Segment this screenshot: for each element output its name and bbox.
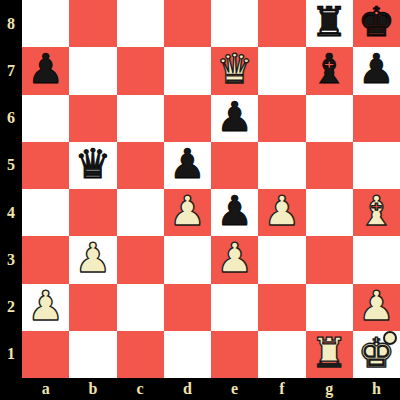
rank-label-6: 6 <box>0 95 22 142</box>
square-h2[interactable]: ♟ <box>353 284 400 331</box>
square-e3[interactable]: ♟ <box>211 236 258 283</box>
file-label-f: f <box>258 378 305 400</box>
square-h5[interactable] <box>353 142 400 189</box>
square-f8[interactable] <box>258 0 305 47</box>
square-c4[interactable] <box>117 189 164 236</box>
square-h3[interactable] <box>353 236 400 283</box>
black-pawn[interactable]: ♟ <box>216 97 253 138</box>
white-pawn[interactable]: ♟ <box>263 191 300 232</box>
square-c1[interactable] <box>117 331 164 378</box>
white-rook[interactable]: ♜ <box>311 333 348 374</box>
square-f2[interactable] <box>258 284 305 331</box>
square-g8[interactable]: ♜ <box>306 0 353 47</box>
rank-label-4: 4 <box>0 189 22 236</box>
square-f4[interactable]: ♟ <box>258 189 305 236</box>
square-e2[interactable] <box>211 284 258 331</box>
square-b3[interactable]: ♟ <box>69 236 116 283</box>
black-bishop[interactable]: ♝ <box>311 49 348 90</box>
square-h4[interactable]: ♝ <box>353 189 400 236</box>
square-f3[interactable] <box>258 236 305 283</box>
white-pawn[interactable]: ♟ <box>358 286 395 327</box>
square-d7[interactable] <box>164 47 211 94</box>
file-label-b: b <box>69 378 116 400</box>
white-pawn[interactable]: ♟ <box>74 238 111 279</box>
square-c5[interactable] <box>117 142 164 189</box>
square-b4[interactable] <box>69 189 116 236</box>
square-h8[interactable]: ♚ <box>353 0 400 47</box>
square-a1[interactable] <box>22 331 69 378</box>
rank-label-2: 2 <box>0 284 22 331</box>
square-c2[interactable] <box>117 284 164 331</box>
square-d4[interactable]: ♟ <box>164 189 211 236</box>
file-label-a: a <box>22 378 69 400</box>
square-b7[interactable] <box>69 47 116 94</box>
square-b5[interactable]: ♛ <box>69 142 116 189</box>
square-f1[interactable] <box>258 331 305 378</box>
black-queen[interactable]: ♛ <box>74 144 111 185</box>
square-e4[interactable]: ♟ <box>211 189 258 236</box>
black-king[interactable]: ♚ <box>358 2 395 43</box>
rank-label-7: 7 <box>0 47 22 94</box>
white-bishop[interactable]: ♝ <box>358 191 395 232</box>
square-b2[interactable] <box>69 284 116 331</box>
square-b8[interactable] <box>69 0 116 47</box>
chessboard: ♜♚♟♛♝♟♟♛♟♟♟♟♝♟♟♟♟♜♚ <box>22 0 400 378</box>
white-pawn[interactable]: ♟ <box>27 286 64 327</box>
rank-labels: 87654321 <box>0 0 22 378</box>
rank-label-8: 8 <box>0 0 22 47</box>
black-pawn[interactable]: ♟ <box>27 49 64 90</box>
square-a7[interactable]: ♟ <box>22 47 69 94</box>
square-b6[interactable] <box>69 95 116 142</box>
square-a4[interactable] <box>22 189 69 236</box>
square-a2[interactable]: ♟ <box>22 284 69 331</box>
file-labels: abcdefgh <box>22 378 400 400</box>
square-d1[interactable] <box>164 331 211 378</box>
square-c7[interactable] <box>117 47 164 94</box>
square-c6[interactable] <box>117 95 164 142</box>
square-d8[interactable] <box>164 0 211 47</box>
square-g5[interactable] <box>306 142 353 189</box>
square-h7[interactable]: ♟ <box>353 47 400 94</box>
file-label-h: h <box>353 378 400 400</box>
black-rook[interactable]: ♜ <box>311 2 348 43</box>
square-a8[interactable] <box>22 0 69 47</box>
black-pawn[interactable]: ♟ <box>169 144 206 185</box>
square-d2[interactable] <box>164 284 211 331</box>
rank-label-3: 3 <box>0 236 22 283</box>
square-f6[interactable] <box>258 95 305 142</box>
chess-diagram: ♜♚♟♛♝♟♟♛♟♟♟♟♝♟♟♟♟♜♚ 87654321 abcdefgh <box>0 0 400 400</box>
square-h6[interactable] <box>353 95 400 142</box>
black-pawn[interactable]: ♟ <box>358 49 395 90</box>
square-f7[interactable] <box>258 47 305 94</box>
square-c3[interactable] <box>117 236 164 283</box>
square-e5[interactable] <box>211 142 258 189</box>
rank-label-1: 1 <box>0 331 22 378</box>
square-e6[interactable]: ♟ <box>211 95 258 142</box>
square-a5[interactable] <box>22 142 69 189</box>
square-a6[interactable] <box>22 95 69 142</box>
square-c8[interactable] <box>117 0 164 47</box>
white-pawn[interactable]: ♟ <box>216 238 253 279</box>
square-d3[interactable] <box>164 236 211 283</box>
square-g3[interactable] <box>306 236 353 283</box>
white-queen[interactable]: ♛ <box>216 49 253 90</box>
white-to-move-indicator <box>383 331 397 345</box>
square-g4[interactable] <box>306 189 353 236</box>
square-e8[interactable] <box>211 0 258 47</box>
file-label-d: d <box>164 378 211 400</box>
square-g1[interactable]: ♜ <box>306 331 353 378</box>
square-g2[interactable] <box>306 284 353 331</box>
black-pawn[interactable]: ♟ <box>216 191 253 232</box>
square-b1[interactable] <box>69 331 116 378</box>
square-e1[interactable] <box>211 331 258 378</box>
square-d6[interactable] <box>164 95 211 142</box>
file-label-e: e <box>211 378 258 400</box>
file-label-c: c <box>117 378 164 400</box>
square-a3[interactable] <box>22 236 69 283</box>
square-g7[interactable]: ♝ <box>306 47 353 94</box>
square-d5[interactable]: ♟ <box>164 142 211 189</box>
square-f5[interactable] <box>258 142 305 189</box>
square-e7[interactable]: ♛ <box>211 47 258 94</box>
square-g6[interactable] <box>306 95 353 142</box>
white-pawn[interactable]: ♟ <box>169 191 206 232</box>
rank-label-5: 5 <box>0 142 22 189</box>
file-label-g: g <box>306 378 353 400</box>
